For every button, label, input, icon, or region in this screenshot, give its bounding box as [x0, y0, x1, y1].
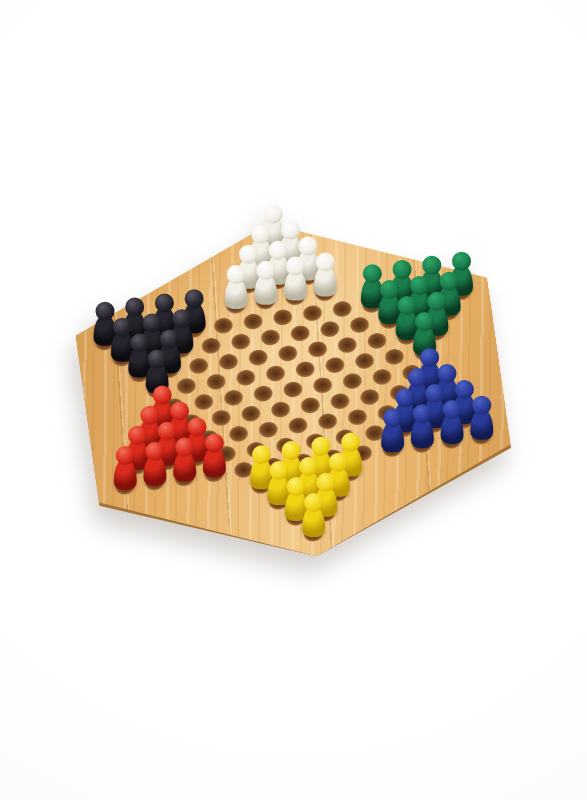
hole-icon	[329, 392, 351, 411]
hole-icon	[366, 332, 388, 351]
peg-head	[304, 493, 323, 512]
peg-head	[329, 453, 348, 472]
peg-head	[316, 252, 335, 271]
hole-icon	[175, 377, 197, 396]
hole-icon	[210, 409, 232, 428]
hole-icon	[270, 400, 292, 419]
peg-head	[145, 442, 164, 461]
peg-red[interactable]	[201, 433, 227, 477]
peg-head	[148, 350, 167, 369]
peg-head	[172, 309, 191, 328]
peg-red[interactable]	[112, 446, 138, 490]
peg-head	[316, 473, 335, 492]
peg-head	[205, 433, 224, 452]
peg-blue[interactable]	[409, 404, 435, 448]
hole-r13c1[interactable]	[109, 476, 141, 498]
star-row-17	[297, 523, 329, 545]
hole-icon	[324, 356, 346, 375]
hole-icon	[289, 324, 311, 343]
board-perspective-wrapper	[64, 195, 523, 586]
hole-icon	[383, 348, 405, 367]
hole-icon	[272, 308, 294, 327]
hole-icon	[235, 369, 257, 388]
peg-red[interactable]	[172, 438, 198, 482]
product-photo-background	[0, 0, 587, 800]
peg-white[interactable]	[283, 257, 309, 301]
hole-icon	[354, 352, 376, 371]
hole-icon	[307, 340, 329, 359]
peg-head	[286, 257, 305, 276]
peg-head	[341, 433, 360, 452]
peg-blue[interactable]	[439, 400, 465, 444]
hole-r17c1[interactable]	[297, 523, 329, 545]
hole-icon	[346, 408, 368, 427]
hole-icon	[317, 412, 339, 431]
hole-icon	[319, 320, 341, 339]
peg-head	[256, 261, 275, 280]
peg-head	[185, 289, 204, 308]
hole-r13c12[interactable]	[436, 430, 468, 452]
peg-white[interactable]	[312, 252, 338, 296]
hole-r13c3[interactable]	[168, 468, 200, 490]
hole-icon	[331, 300, 353, 319]
hole-icon	[193, 393, 215, 412]
hole-icon	[259, 328, 281, 347]
hole-icon	[312, 376, 334, 395]
hole-icon	[299, 396, 321, 415]
hole-icon	[205, 373, 227, 392]
hole-icon	[212, 317, 234, 336]
peg-blue[interactable]	[469, 396, 495, 440]
hole-icon	[359, 388, 381, 407]
hole-icon	[302, 304, 324, 323]
peg-head	[413, 404, 432, 423]
hole-icon	[336, 336, 358, 355]
hole-icon	[242, 312, 264, 331]
hole-icon	[294, 360, 316, 379]
hole-icon	[282, 380, 304, 399]
peg-head	[440, 272, 459, 291]
peg-head	[472, 396, 491, 415]
peg-yellow[interactable]	[301, 493, 327, 537]
hole-icon	[287, 416, 309, 435]
hole-icon	[200, 337, 222, 356]
peg-head	[227, 265, 246, 284]
hole-icon	[341, 372, 363, 391]
peg-head	[415, 312, 434, 331]
hole-icon	[217, 353, 239, 372]
hole-icon	[277, 344, 299, 363]
peg-head	[383, 408, 402, 427]
peg-head	[160, 329, 179, 348]
hole-r13c10[interactable]	[376, 438, 408, 460]
hole-icon	[247, 348, 269, 367]
hole-icon	[240, 405, 262, 424]
hole-r13c2[interactable]	[138, 472, 170, 494]
hole-icon	[228, 425, 250, 444]
hole-icon	[265, 364, 287, 383]
hole-r13c4[interactable]	[198, 464, 230, 486]
hole-icon	[230, 332, 252, 351]
peg-head	[116, 446, 135, 465]
peg-head	[427, 292, 446, 311]
peg-head	[452, 252, 471, 271]
hole-icon	[257, 421, 279, 440]
star-grid	[64, 195, 523, 586]
peg-head	[175, 438, 194, 457]
peg-white[interactable]	[253, 261, 279, 305]
hole-r13c13[interactable]	[465, 426, 497, 448]
hole-icon	[349, 316, 371, 335]
hole-icon	[188, 357, 210, 376]
hole-icon	[252, 384, 274, 403]
hole-r13c11[interactable]	[406, 434, 438, 456]
peg-red[interactable]	[142, 442, 168, 486]
board-scene	[85, 150, 501, 630]
hole-icon	[371, 368, 393, 387]
peg-white[interactable]	[223, 265, 249, 309]
peg-head	[443, 400, 462, 419]
hole-icon	[223, 389, 245, 408]
peg-blue[interactable]	[380, 408, 406, 452]
